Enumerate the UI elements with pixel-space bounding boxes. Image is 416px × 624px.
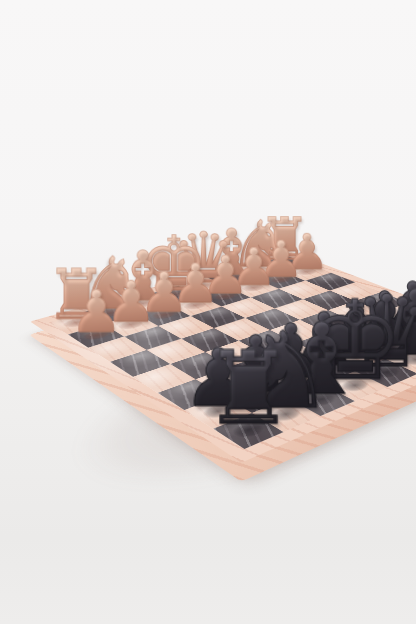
product-photo: ♜♞♝♚♛♝♞♜♟♟♟♟♟♟♟♟♟♟♟♟♟♟♟♟♜♞♝♚♛♝♞♜ xyxy=(0,0,416,624)
pawn-glyph: ♟ xyxy=(70,283,122,341)
black-rook: ♜ xyxy=(203,338,294,439)
rook-glyph: ♜ xyxy=(203,338,294,439)
pink-pawn: ♟ xyxy=(70,283,122,341)
square-h8: ♜ xyxy=(213,413,283,449)
square-h2: ♟ xyxy=(68,324,124,348)
